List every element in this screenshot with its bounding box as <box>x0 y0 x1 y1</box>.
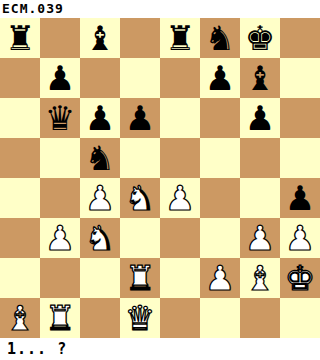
square-f1[interactable] <box>200 298 240 338</box>
square-g5[interactable] <box>240 138 280 178</box>
square-f6[interactable] <box>200 98 240 138</box>
square-h5[interactable] <box>280 138 320 178</box>
black-pawn: ♟ <box>245 98 275 138</box>
square-c4[interactable]: ♟ <box>80 178 120 218</box>
square-d5[interactable] <box>120 138 160 178</box>
square-c8[interactable]: ♝ <box>80 18 120 58</box>
square-a1[interactable]: ♝ <box>0 298 40 338</box>
black-king: ♚ <box>245 18 275 58</box>
square-d6[interactable]: ♟ <box>120 98 160 138</box>
square-c2[interactable] <box>80 258 120 298</box>
square-a3[interactable] <box>0 218 40 258</box>
square-c7[interactable] <box>80 58 120 98</box>
square-b7[interactable]: ♟ <box>40 58 80 98</box>
square-c3[interactable]: ♞ <box>80 218 120 258</box>
black-pawn: ♟ <box>285 178 315 218</box>
square-e2[interactable] <box>160 258 200 298</box>
square-h1[interactable] <box>280 298 320 338</box>
white-rook: ♜ <box>45 298 75 338</box>
black-knight: ♞ <box>85 138 115 178</box>
square-h8[interactable] <box>280 18 320 58</box>
square-g3[interactable]: ♟ <box>240 218 280 258</box>
white-king: ♚ <box>285 258 315 298</box>
square-e4[interactable]: ♟ <box>160 178 200 218</box>
square-d3[interactable] <box>120 218 160 258</box>
black-knight: ♞ <box>205 18 235 58</box>
square-f8[interactable]: ♞ <box>200 18 240 58</box>
square-c1[interactable] <box>80 298 120 338</box>
square-a4[interactable] <box>0 178 40 218</box>
square-f2[interactable]: ♟ <box>200 258 240 298</box>
page-title: ECM.039 <box>0 0 64 18</box>
square-c5[interactable]: ♞ <box>80 138 120 178</box>
footer: 1... ? <box>0 338 320 360</box>
white-rook: ♜ <box>125 258 155 298</box>
square-b3[interactable]: ♟ <box>40 218 80 258</box>
white-pawn: ♟ <box>45 218 75 258</box>
black-bishop: ♝ <box>245 58 275 98</box>
square-a5[interactable] <box>0 138 40 178</box>
black-pawn: ♟ <box>85 98 115 138</box>
white-knight: ♞ <box>125 178 155 218</box>
square-h2[interactable]: ♚ <box>280 258 320 298</box>
black-rook: ♜ <box>5 18 35 58</box>
square-e6[interactable] <box>160 98 200 138</box>
white-bishop: ♝ <box>245 258 275 298</box>
square-e8[interactable]: ♜ <box>160 18 200 58</box>
white-pawn: ♟ <box>85 178 115 218</box>
square-e3[interactable] <box>160 218 200 258</box>
square-c6[interactable]: ♟ <box>80 98 120 138</box>
square-a6[interactable] <box>0 98 40 138</box>
white-queen: ♛ <box>125 298 155 338</box>
square-d4[interactable]: ♞ <box>120 178 160 218</box>
square-b2[interactable] <box>40 258 80 298</box>
black-pawn: ♟ <box>45 58 75 98</box>
square-f3[interactable] <box>200 218 240 258</box>
move-prompt: 1... ? <box>0 340 67 358</box>
square-b6[interactable]: ♛ <box>40 98 80 138</box>
white-pawn: ♟ <box>205 258 235 298</box>
square-f4[interactable] <box>200 178 240 218</box>
square-d1[interactable]: ♛ <box>120 298 160 338</box>
chess-board: ♜♝♜♞♚♟♟♝♛♟♟♟♞♟♞♟♟♟♞♟♟♜♟♝♚♝♜♛ <box>0 18 320 338</box>
square-h3[interactable]: ♟ <box>280 218 320 258</box>
square-g6[interactable]: ♟ <box>240 98 280 138</box>
square-d8[interactable] <box>120 18 160 58</box>
square-g2[interactable]: ♝ <box>240 258 280 298</box>
white-pawn: ♟ <box>245 218 275 258</box>
square-h4[interactable]: ♟ <box>280 178 320 218</box>
square-f5[interactable] <box>200 138 240 178</box>
square-b8[interactable] <box>40 18 80 58</box>
square-h7[interactable] <box>280 58 320 98</box>
square-b4[interactable] <box>40 178 80 218</box>
square-a8[interactable]: ♜ <box>0 18 40 58</box>
square-g7[interactable]: ♝ <box>240 58 280 98</box>
square-g4[interactable] <box>240 178 280 218</box>
black-pawn: ♟ <box>205 58 235 98</box>
square-g1[interactable] <box>240 298 280 338</box>
black-bishop: ♝ <box>85 18 115 58</box>
square-h6[interactable] <box>280 98 320 138</box>
white-bishop: ♝ <box>5 298 35 338</box>
black-queen: ♛ <box>45 98 75 138</box>
header: ECM.039 <box>0 0 320 18</box>
black-pawn: ♟ <box>125 98 155 138</box>
square-e5[interactable] <box>160 138 200 178</box>
square-g8[interactable]: ♚ <box>240 18 280 58</box>
white-pawn: ♟ <box>165 178 195 218</box>
square-a2[interactable] <box>0 258 40 298</box>
square-e7[interactable] <box>160 58 200 98</box>
square-d2[interactable]: ♜ <box>120 258 160 298</box>
square-f7[interactable]: ♟ <box>200 58 240 98</box>
white-pawn: ♟ <box>285 218 315 258</box>
square-e1[interactable] <box>160 298 200 338</box>
white-knight: ♞ <box>85 218 115 258</box>
black-rook: ♜ <box>165 18 195 58</box>
square-d7[interactable] <box>120 58 160 98</box>
chess-diagram-window: ECM.039 ♜♝♜♞♚♟♟♝♛♟♟♟♞♟♞♟♟♟♞♟♟♜♟♝♚♝♜♛ 1..… <box>0 0 320 360</box>
square-b1[interactable]: ♜ <box>40 298 80 338</box>
square-a7[interactable] <box>0 58 40 98</box>
square-b5[interactable] <box>40 138 80 178</box>
